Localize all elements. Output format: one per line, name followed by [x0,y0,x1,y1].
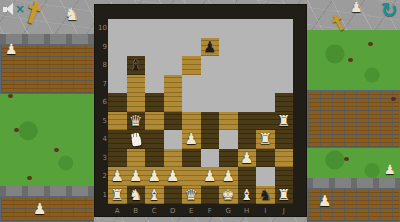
square-E2[interactable] [182,167,201,186]
square-A2[interactable] [108,167,127,186]
file-label-E: E [182,206,201,216]
square-F4[interactable] [201,130,220,149]
square-I6[interactable] [256,93,275,112]
square-D2[interactable] [164,167,183,186]
rank-label-7: 7 [95,75,107,94]
square-I1[interactable] [256,186,275,205]
square-H5[interactable] [238,112,257,131]
square-H2[interactable] [238,167,257,186]
square-C8[interactable] [145,56,164,75]
square-I9[interactable] [256,38,275,57]
square-H1[interactable] [238,186,257,205]
square-F3[interactable] [201,149,220,168]
square-F2[interactable] [201,167,220,186]
square-F10[interactable] [201,19,220,38]
square-G5[interactable] [219,112,238,131]
decor-white-pawn: ♟ [384,163,396,176]
square-B1[interactable] [127,186,146,205]
square-D1[interactable] [164,186,183,205]
mute-button[interactable]: × [3,3,25,16]
square-J3[interactable] [275,149,294,168]
square-B5[interactable] [127,112,146,131]
square-A8[interactable] [108,56,127,75]
left-grass-field [0,94,94,186]
board-panel: 10987654321ABCDEFGHIJ♟♝♛♜♟♜♟♟♟♟♟♟♟♜♞♝♛♚♝… [94,4,307,217]
square-E3[interactable] [182,149,201,168]
decor-white-pawn: ♟ [350,0,363,14]
right-grass-upper [307,30,400,90]
square-J10[interactable] [275,19,294,38]
decor-white-pawn: ♟ [5,42,18,56]
square-A6[interactable] [108,93,127,112]
file-label-A: A [108,206,127,216]
rank-label-3: 3 [95,149,107,168]
square-J4[interactable] [275,130,294,149]
square-C3[interactable] [145,149,164,168]
rank-label-6: 6 [95,93,107,112]
gold-sword-icon: † [23,0,44,26]
square-J9[interactable] [275,38,294,57]
square-E5[interactable] [182,112,201,131]
right-lower-wall [307,178,400,188]
square-F6[interactable] [201,93,220,112]
square-H6[interactable] [238,93,257,112]
square-H3[interactable] [238,149,257,168]
square-B8[interactable] [127,56,146,75]
square-A7[interactable] [108,75,127,94]
square-H8[interactable] [238,56,257,75]
square-D9[interactable] [164,38,183,57]
square-A9[interactable] [108,38,127,57]
file-label-C: C [145,206,164,216]
rank-label-5: 5 [95,112,107,131]
square-G3[interactable] [219,149,238,168]
square-B2[interactable] [127,167,146,186]
square-G10[interactable] [219,19,238,38]
square-C5[interactable] [145,112,164,131]
square-G2[interactable] [219,167,238,186]
file-label-G: G [219,206,238,216]
square-G4[interactable] [219,130,238,149]
square-D5[interactable] [164,112,183,131]
square-G9[interactable] [219,38,238,57]
file-label-F: F [201,206,220,216]
ground-spot [14,128,19,132]
square-A1[interactable] [108,186,127,205]
square-J8[interactable] [275,56,294,75]
square-E1[interactable] [182,186,201,205]
square-D4[interactable] [164,130,183,149]
file-label-J: J [275,206,294,216]
square-H9[interactable] [238,38,257,57]
rank-label-4: 4 [95,130,107,149]
rank-label-8: 8 [95,56,107,75]
square-H10[interactable] [238,19,257,38]
square-E7[interactable] [182,75,201,94]
square-D10[interactable] [164,19,183,38]
mute-x-icon: × [15,2,25,16]
square-F7[interactable] [201,75,220,94]
square-J6[interactable] [275,93,294,112]
square-B9[interactable] [127,38,146,57]
hand-cursor[interactable] [131,135,141,146]
square-E10[interactable] [182,19,201,38]
square-B10[interactable] [127,19,146,38]
ground-spot [8,94,13,98]
square-J5[interactable] [275,112,294,131]
square-E4[interactable] [182,130,201,149]
square-C7[interactable] [145,75,164,94]
square-D7[interactable] [164,75,183,94]
square-D8[interactable] [164,56,183,75]
game-screen: × ↻ 10987654321ABCDEFGHIJ♟♝♛♜♟♜♟♟♟♟♟♟♟♜♞… [0,0,400,222]
square-A4[interactable] [108,130,127,149]
square-G1[interactable] [219,186,238,205]
square-C1[interactable] [145,186,164,205]
square-B6[interactable] [127,93,146,112]
square-D6[interactable] [164,93,183,112]
square-J1[interactable] [275,186,294,205]
square-F1[interactable] [201,186,220,205]
square-I3[interactable] [256,149,275,168]
ground-spot [54,148,59,152]
restart-button[interactable]: ↻ [381,0,398,22]
file-label-I: I [256,206,275,216]
square-F9[interactable] [201,38,220,57]
left-lower-wall [0,186,94,196]
square-J7[interactable] [275,75,294,94]
square-I4[interactable] [256,130,275,149]
square-A10[interactable] [108,19,127,38]
square-G8[interactable] [219,56,238,75]
square-I7[interactable] [256,75,275,94]
rank-label-2: 2 [95,167,107,186]
square-B3[interactable] [127,149,146,168]
square-H4[interactable] [238,130,257,149]
speaker-icon-cone [6,3,13,15]
square-E8[interactable] [182,56,201,75]
square-G6[interactable] [219,93,238,112]
square-E6[interactable] [182,93,201,112]
square-C4[interactable] [145,130,164,149]
square-I5[interactable] [256,112,275,131]
square-C9[interactable] [145,38,164,57]
file-label-B: B [127,206,146,216]
square-C2[interactable] [145,167,164,186]
bottom-left-wood-floor [0,196,94,222]
decor-white-pawn: ♟ [33,202,46,217]
rank-label-1: 1 [95,186,107,205]
file-label-D: D [164,206,183,216]
square-H7[interactable] [238,75,257,94]
square-C6[interactable] [145,93,164,112]
ground-spot [368,42,373,46]
square-C10[interactable] [145,19,164,38]
square-D3[interactable] [164,149,183,168]
square-B7[interactable] [127,75,146,94]
right-fort-floor [307,90,400,148]
square-I10[interactable] [256,19,275,38]
decor-white-knight: ♞ [64,6,79,23]
square-I8[interactable] [256,56,275,75]
ground-spot [27,176,32,180]
ground-spot [344,157,349,161]
ground-spot [391,97,396,101]
square-G7[interactable] [219,75,238,94]
rank-label-10: 10 [95,19,107,38]
square-F8[interactable] [201,56,220,75]
square-A3[interactable] [108,149,127,168]
file-label-H: H [238,206,257,216]
square-I2[interactable] [256,167,275,186]
decor-white-pawn: ♟ [318,194,331,209]
ground-spot [348,58,353,62]
rank-label-9: 9 [95,38,107,57]
square-E9[interactable] [182,38,201,57]
square-J2[interactable] [275,167,294,186]
square-A5[interactable] [108,112,127,131]
square-F5[interactable] [201,112,220,131]
